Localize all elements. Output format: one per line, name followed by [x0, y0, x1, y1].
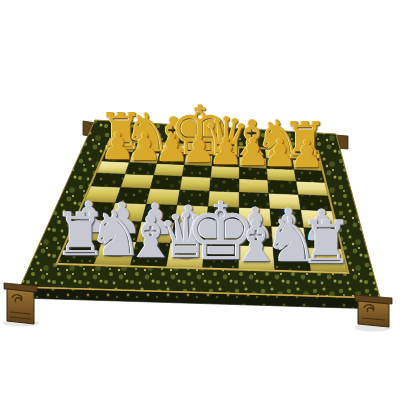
- square-g5[interactable]: [268, 180, 299, 195]
- square-h5[interactable]: [296, 181, 328, 196]
- chess-set-photo: ♜♞♝♚♛♝♞♜♟♟♟♟♟♟♟♟♟♟♟♟♟♟♟♟♜♞♝♛♚♝♞♜: [0, 0, 400, 400]
- square-a5[interactable]: [91, 173, 125, 188]
- square-c5[interactable]: [150, 175, 182, 190]
- square-b5[interactable]: [121, 174, 154, 189]
- board-foot-near-right: [355, 295, 392, 327]
- board-foot-near-left: [4, 283, 37, 324]
- piece-silver-rook-h1[interactable]: ♜: [300, 212, 354, 272]
- piece-gold-pawn-h7[interactable]: ♟: [290, 135, 324, 173]
